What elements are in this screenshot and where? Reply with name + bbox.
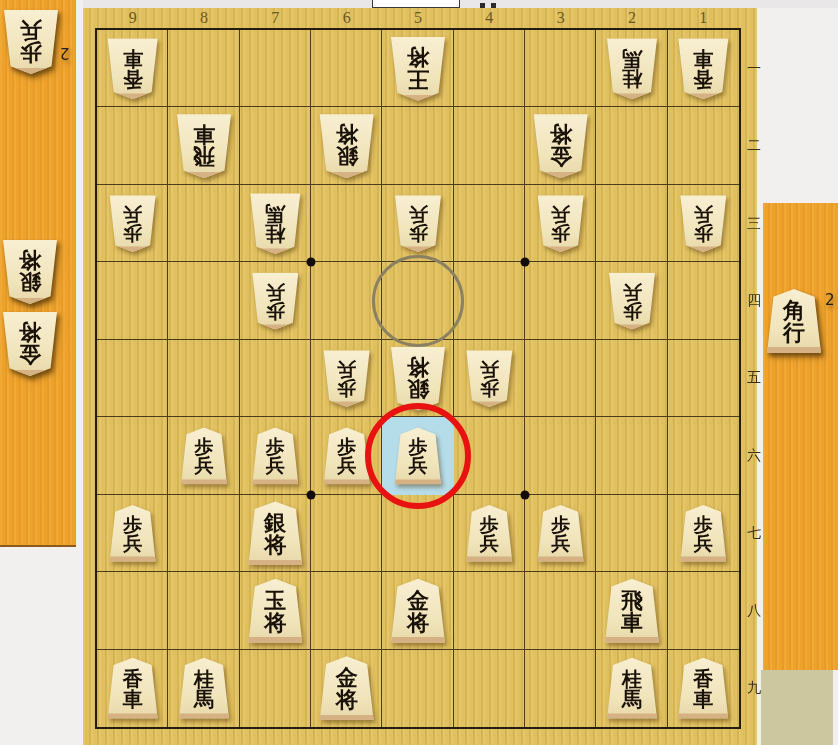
square-3六[interactable] — [525, 417, 596, 494]
sente-piece-歩兵[interactable]: 歩兵 — [538, 505, 584, 562]
square-3四[interactable] — [525, 262, 596, 339]
piece-kanji: 歩兵 — [409, 437, 428, 475]
gote-piece-歩兵[interactable]: 歩兵 — [110, 195, 156, 252]
square-3五[interactable] — [525, 340, 596, 417]
sente-piece-角行[interactable]: 角行 — [767, 289, 821, 353]
square-9八[interactable] — [97, 572, 168, 649]
square-8八[interactable] — [168, 572, 239, 649]
square-8四[interactable] — [168, 262, 239, 339]
sente-piece-歩兵[interactable]: 歩兵 — [324, 427, 370, 484]
square-3九[interactable] — [525, 650, 596, 727]
piece-kanji: 金将 — [336, 666, 358, 710]
square-4八[interactable] — [454, 572, 525, 649]
bottom-right-panel — [761, 670, 833, 745]
file-label-6: 6 — [332, 9, 362, 27]
square-2七[interactable] — [596, 495, 667, 572]
gote-piece-歩兵[interactable]: 歩兵 — [538, 195, 584, 252]
piece-kanji: 歩兵 — [20, 20, 42, 64]
square-2三[interactable] — [596, 185, 667, 262]
square-7二[interactable] — [240, 107, 311, 184]
sente-piece-香車[interactable]: 香車 — [678, 658, 728, 719]
piece-kanji: 歩兵 — [337, 437, 356, 475]
sente-hand-tray: 角行2 — [763, 203, 838, 670]
toolbar-strip — [83, 0, 838, 8]
sente-piece-歩兵[interactable]: 歩兵 — [181, 427, 227, 484]
piece-kanji: 角行 — [783, 299, 805, 343]
gote-piece-桂馬[interactable]: 桂馬 — [607, 38, 657, 99]
piece-kanji: 銀将 — [264, 511, 286, 555]
piece-kanji: 銀将 — [407, 357, 429, 401]
square-4二[interactable] — [454, 107, 525, 184]
file-label-9: 9 — [118, 9, 148, 27]
gote-piece-金将[interactable]: 金将 — [3, 312, 57, 376]
rank-label-二: 二 — [743, 137, 765, 155]
square-7一[interactable] — [240, 30, 311, 107]
gote-piece-桂馬[interactable]: 桂馬 — [250, 193, 300, 254]
gote-piece-香車[interactable]: 香車 — [678, 38, 728, 99]
piece-kanji: 桂馬 — [622, 668, 642, 708]
file-label-4: 4 — [474, 9, 504, 27]
piece-kanji: 王将 — [407, 47, 429, 91]
gote-piece-歩兵[interactable]: 歩兵 — [395, 195, 441, 252]
piece-kanji: 歩兵 — [480, 514, 499, 552]
square-4三[interactable] — [454, 185, 525, 262]
gote-piece-銀将[interactable]: 銀将 — [320, 114, 374, 178]
piece-kanji: 歩兵 — [266, 282, 285, 320]
rank-label-五: 五 — [743, 369, 765, 387]
gote-piece-歩兵[interactable]: 歩兵 — [252, 273, 298, 330]
gote-piece-歩兵[interactable]: 歩兵 — [680, 195, 726, 252]
sente-piece-玉将[interactable]: 玉将 — [248, 579, 302, 643]
piece-kanji: 飛車 — [621, 589, 643, 633]
hand-count: 2 — [825, 291, 835, 309]
piece-kanji: 香車 — [693, 49, 713, 89]
square-6三[interactable] — [311, 185, 382, 262]
square-9二[interactable] — [97, 107, 168, 184]
square-8三[interactable] — [168, 185, 239, 262]
piece-kanji: 歩兵 — [480, 360, 499, 398]
square-6八[interactable] — [311, 572, 382, 649]
square-4九[interactable] — [454, 650, 525, 727]
square-2五[interactable] — [596, 340, 667, 417]
square-7五[interactable] — [240, 340, 311, 417]
file-label-7: 7 — [260, 9, 290, 27]
file-label-5: 5 — [403, 9, 433, 27]
gote-piece-金将[interactable]: 金将 — [534, 114, 588, 178]
sente-piece-金将[interactable]: 金将 — [320, 656, 374, 720]
piece-kanji: 香車 — [123, 49, 143, 89]
gote-piece-銀将[interactable]: 銀将 — [3, 240, 57, 304]
square-6七[interactable] — [311, 495, 382, 572]
square-8五[interactable] — [168, 340, 239, 417]
square-1八[interactable] — [668, 572, 739, 649]
sente-piece-歩兵[interactable]: 歩兵 — [252, 427, 298, 484]
square-5四[interactable] — [382, 262, 453, 339]
sente-piece-銀将[interactable]: 銀将 — [248, 501, 302, 565]
file-label-8: 8 — [189, 9, 219, 27]
rank-label-四: 四 — [743, 292, 765, 310]
square-1五[interactable] — [668, 340, 739, 417]
shogi-app: 歩兵2銀将金将 角行2 987654321 一二三四五六七八九 香車王将桂馬香車… — [0, 0, 838, 745]
piece-kanji: 歩兵 — [123, 514, 142, 552]
file-label-1: 1 — [688, 9, 718, 27]
gote-piece-王将[interactable]: 王将 — [391, 37, 445, 101]
rank-label-八: 八 — [743, 602, 765, 620]
hand-count: 2 — [60, 44, 70, 62]
toolbar-input-cutoff[interactable] — [372, 0, 460, 8]
piece-kanji: 金将 — [550, 124, 572, 168]
rank-label-一: 一 — [743, 60, 765, 78]
gote-piece-銀将[interactable]: 銀将 — [391, 347, 445, 411]
file-label-2: 2 — [617, 9, 647, 27]
square-5二[interactable] — [382, 107, 453, 184]
sente-piece-歩兵[interactable]: 歩兵 — [466, 505, 512, 562]
square-5七[interactable] — [382, 495, 453, 572]
square-3一[interactable] — [525, 30, 596, 107]
square-1四[interactable] — [668, 262, 739, 339]
rank-label-九: 九 — [743, 679, 765, 697]
piece-kanji: 歩兵 — [694, 205, 713, 243]
gote-piece-歩兵[interactable]: 歩兵 — [4, 10, 58, 74]
square-4六[interactable] — [454, 417, 525, 494]
square-1六[interactable] — [668, 417, 739, 494]
square-7九[interactable] — [240, 650, 311, 727]
sente-piece-歩兵[interactable]: 歩兵 — [680, 505, 726, 562]
piece-kanji: 桂馬 — [622, 49, 642, 89]
square-5九[interactable] — [382, 650, 453, 727]
sente-piece-香車[interactable]: 香車 — [108, 658, 158, 719]
piece-kanji: 銀将 — [336, 124, 358, 168]
piece-kanji: 歩兵 — [551, 514, 570, 552]
piece-kanji: 桂馬 — [194, 668, 214, 708]
piece-kanji: 金将 — [407, 589, 429, 633]
piece-kanji: 歩兵 — [337, 360, 356, 398]
square-6一[interactable] — [311, 30, 382, 107]
piece-kanji: 歩兵 — [123, 205, 142, 243]
sente-piece-桂馬[interactable]: 桂馬 — [607, 658, 657, 719]
square-2二[interactable] — [596, 107, 667, 184]
piece-kanji: 香車 — [123, 668, 143, 708]
square-1二[interactable] — [668, 107, 739, 184]
file-label-3: 3 — [546, 9, 576, 27]
piece-kanji: 香車 — [693, 668, 713, 708]
sente-piece-金将[interactable]: 金将 — [391, 579, 445, 643]
piece-kanji: 歩兵 — [623, 282, 642, 320]
square-2六[interactable] — [596, 417, 667, 494]
square-4四[interactable] — [454, 262, 525, 339]
piece-kanji: 銀将 — [19, 250, 41, 294]
piece-kanji: 飛車 — [193, 124, 215, 168]
square-6四[interactable] — [311, 262, 382, 339]
gote-piece-飛車[interactable]: 飛車 — [177, 114, 231, 178]
square-8七[interactable] — [168, 495, 239, 572]
square-3八[interactable] — [525, 572, 596, 649]
sente-piece-歩兵[interactable]: 歩兵 — [395, 427, 441, 484]
sente-piece-飛車[interactable]: 飛車 — [605, 579, 659, 643]
piece-kanji: 玉将 — [264, 589, 286, 633]
gote-piece-香車[interactable]: 香車 — [108, 38, 158, 99]
gote-piece-歩兵[interactable]: 歩兵 — [324, 350, 370, 407]
shogi-board: 987654321 一二三四五六七八九 香車王将桂馬香車飛車銀将金将歩兵桂馬歩兵… — [83, 8, 757, 745]
piece-kanji: 桂馬 — [265, 204, 285, 244]
piece-kanji: 歩兵 — [409, 205, 428, 243]
sente-piece-桂馬[interactable]: 桂馬 — [179, 658, 229, 719]
square-9六[interactable] — [97, 417, 168, 494]
piece-kanji: 歩兵 — [694, 514, 713, 552]
square-8一[interactable] — [168, 30, 239, 107]
gote-hand-tray: 歩兵2銀将金将 — [0, 0, 76, 547]
piece-kanji: 歩兵 — [266, 437, 285, 475]
square-4一[interactable] — [454, 30, 525, 107]
square-9五[interactable] — [97, 340, 168, 417]
piece-kanji: 金将 — [19, 322, 41, 366]
square-9四[interactable] — [97, 262, 168, 339]
rank-label-六: 六 — [743, 447, 765, 465]
piece-kanji: 歩兵 — [551, 205, 570, 243]
gote-piece-歩兵[interactable]: 歩兵 — [466, 350, 512, 407]
piece-kanji: 歩兵 — [195, 437, 214, 475]
rank-label-七: 七 — [743, 524, 765, 542]
rank-label-三: 三 — [743, 215, 765, 233]
sente-piece-歩兵[interactable]: 歩兵 — [110, 505, 156, 562]
gote-piece-歩兵[interactable]: 歩兵 — [609, 273, 655, 330]
